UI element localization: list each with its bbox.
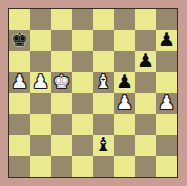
square-d2[interactable] [72,135,93,156]
black-king[interactable]: ♚ [11,29,28,50]
square-h6[interactable] [156,51,177,72]
square-d3[interactable] [72,114,93,135]
square-b4[interactable] [30,93,51,114]
square-f7[interactable] [114,30,135,51]
square-h5[interactable] [156,72,177,93]
chess-app-window: ♚♟♟♟♟♚♝♟♟♟♝ [0,0,187,186]
square-g3[interactable] [135,114,156,135]
black-pawn[interactable]: ♟ [158,29,175,50]
black-bishop[interactable]: ♝ [95,134,112,155]
square-f3[interactable] [114,114,135,135]
square-d7[interactable] [72,30,93,51]
square-c1[interactable] [51,156,72,177]
square-g6[interactable]: ♟ [135,51,156,72]
square-f8[interactable] [114,9,135,30]
square-e8[interactable] [93,9,114,30]
square-a8[interactable] [9,9,30,30]
square-f2[interactable] [114,135,135,156]
square-d4[interactable] [72,93,93,114]
square-e2[interactable]: ♝ [93,135,114,156]
square-b5[interactable]: ♟ [30,72,51,93]
square-a2[interactable] [9,135,30,156]
square-h2[interactable] [156,135,177,156]
square-e7[interactable] [93,30,114,51]
white-pawn[interactable]: ♟ [11,71,28,92]
square-a3[interactable] [9,114,30,135]
square-a1[interactable] [9,156,30,177]
square-e6[interactable] [93,51,114,72]
square-h1[interactable] [156,156,177,177]
black-pawn[interactable]: ♟ [116,71,133,92]
square-f4[interactable]: ♟ [114,93,135,114]
square-g2[interactable] [135,135,156,156]
square-f6[interactable] [114,51,135,72]
square-b3[interactable] [30,114,51,135]
black-pawn[interactable]: ♟ [137,50,154,71]
square-c3[interactable] [51,114,72,135]
square-b1[interactable] [30,156,51,177]
square-b2[interactable] [30,135,51,156]
square-h3[interactable] [156,114,177,135]
square-a7[interactable]: ♚ [9,30,30,51]
square-d8[interactable] [72,9,93,30]
square-a6[interactable] [9,51,30,72]
square-d1[interactable] [72,156,93,177]
square-f1[interactable] [114,156,135,177]
square-g4[interactable] [135,93,156,114]
square-a4[interactable] [9,93,30,114]
square-g8[interactable] [135,9,156,30]
square-h7[interactable]: ♟ [156,30,177,51]
square-c8[interactable] [51,9,72,30]
square-e4[interactable] [93,93,114,114]
white-king[interactable]: ♚ [53,71,70,92]
square-c6[interactable] [51,51,72,72]
square-d5[interactable] [72,72,93,93]
square-e5[interactable]: ♝ [93,72,114,93]
square-e3[interactable] [93,114,114,135]
white-pawn[interactable]: ♟ [32,71,49,92]
square-b7[interactable] [30,30,51,51]
square-g5[interactable] [135,72,156,93]
square-b8[interactable] [30,9,51,30]
square-h8[interactable] [156,9,177,30]
square-c2[interactable] [51,135,72,156]
white-pawn[interactable]: ♟ [158,92,175,113]
square-f5[interactable]: ♟ [114,72,135,93]
square-e1[interactable] [93,156,114,177]
square-g1[interactable] [135,156,156,177]
white-bishop[interactable]: ♝ [95,71,112,92]
square-g7[interactable] [135,30,156,51]
square-a5[interactable]: ♟ [9,72,30,93]
white-pawn[interactable]: ♟ [116,92,133,113]
chessboard: ♚♟♟♟♟♚♝♟♟♟♝ [8,8,178,178]
square-c7[interactable] [51,30,72,51]
square-b6[interactable] [30,51,51,72]
square-c4[interactable] [51,93,72,114]
square-h4[interactable]: ♟ [156,93,177,114]
square-d6[interactable] [72,51,93,72]
square-c5[interactable]: ♚ [51,72,72,93]
